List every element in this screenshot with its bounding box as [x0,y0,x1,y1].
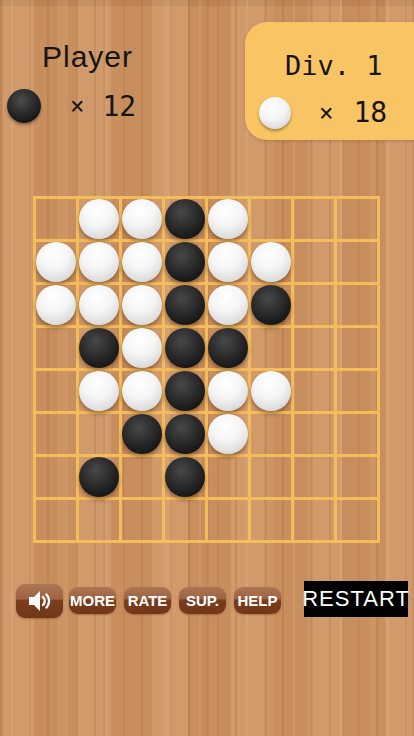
board-cell[interactable] [79,500,119,540]
board-cell[interactable] [208,500,248,540]
board-cell[interactable] [294,328,334,368]
board-cell[interactable] [208,199,248,239]
board-cell[interactable] [122,242,162,282]
board-cell[interactable] [79,328,119,368]
white-disc [79,371,119,411]
white-disc [122,371,162,411]
black-disc [79,328,119,368]
black-disc [251,285,291,325]
board-cell[interactable] [165,371,205,411]
board-cell[interactable] [122,500,162,540]
board-cell[interactable] [36,371,76,411]
board-cell[interactable] [251,414,291,454]
board [33,196,380,543]
board-cell[interactable] [251,242,291,282]
black-disc [165,285,205,325]
white-disc [122,328,162,368]
board-cell[interactable] [122,199,162,239]
white-disc [251,242,291,282]
board-cell[interactable] [165,414,205,454]
sound-toggle-button[interactable] [16,584,63,618]
white-disc-icon [259,97,291,129]
board-cell[interactable] [208,414,248,454]
black-disc [165,414,205,454]
restart-button[interactable]: RESTART [304,581,408,617]
board-cell[interactable] [337,371,377,411]
board-cell[interactable] [36,199,76,239]
player-disc-counter: × 12 [7,89,136,123]
board-cell[interactable] [208,285,248,325]
board-cell[interactable] [165,328,205,368]
board-cell[interactable] [36,457,76,497]
board-cell[interactable] [294,500,334,540]
board-cell[interactable] [36,285,76,325]
board-cell[interactable] [122,414,162,454]
board-cell[interactable] [294,199,334,239]
white-disc [79,199,119,239]
board-cell[interactable] [251,328,291,368]
board-cell[interactable] [208,457,248,497]
board-cell[interactable] [337,500,377,540]
white-disc [208,371,248,411]
board-cell[interactable] [79,457,119,497]
board-cell[interactable] [208,242,248,282]
board-cell[interactable] [208,371,248,411]
board-cell[interactable] [79,199,119,239]
board-cell[interactable] [337,457,377,497]
board-cell[interactable] [36,414,76,454]
cpu-disc-count: 18 [353,96,387,129]
white-disc [79,285,119,325]
cpu-disc-counter: × 18 [259,96,387,129]
board-cell[interactable] [337,285,377,325]
more-button[interactable]: MORE [69,587,116,614]
board-cell[interactable] [79,285,119,325]
board-cell[interactable] [251,500,291,540]
white-disc [122,285,162,325]
board-cell[interactable] [122,371,162,411]
board-cell[interactable] [36,328,76,368]
board-cell[interactable] [165,500,205,540]
black-disc [165,242,205,282]
white-disc [36,285,76,325]
board-cell[interactable] [294,414,334,454]
cpu-turn-panel: Div. 1 × 18 [245,22,414,140]
player-disc-count: 12 [102,90,136,123]
multiply-sign: × [70,92,84,120]
black-disc [165,328,205,368]
board-cell[interactable] [294,457,334,497]
white-disc [208,285,248,325]
board-cell[interactable] [337,199,377,239]
board-cell[interactable] [79,371,119,411]
white-disc [122,242,162,282]
board-cell[interactable] [251,199,291,239]
white-disc [122,199,162,239]
board-cell[interactable] [79,414,119,454]
board-cell[interactable] [165,285,205,325]
board-cell[interactable] [294,242,334,282]
board-cell[interactable] [294,285,334,325]
white-disc [79,242,119,282]
speaker-icon [27,589,53,613]
board-cell[interactable] [122,328,162,368]
board-cell[interactable] [36,242,76,282]
board-cell[interactable] [165,457,205,497]
white-disc [208,414,248,454]
board-cell[interactable] [36,500,76,540]
board-cell[interactable] [165,242,205,282]
black-disc [208,328,248,368]
board-cell[interactable] [251,371,291,411]
board-cell[interactable] [208,328,248,368]
black-disc [165,371,205,411]
board-cell[interactable] [337,328,377,368]
black-disc [165,199,205,239]
black-disc [122,414,162,454]
support-button[interactable]: SUP. [179,587,226,614]
board-cell[interactable] [79,242,119,282]
white-disc [208,199,248,239]
board-cell[interactable] [337,414,377,454]
board-cell[interactable] [251,457,291,497]
black-disc [165,457,205,497]
white-disc [36,242,76,282]
black-disc-icon [7,89,41,123]
cpu-level-label: Div. 1 [285,50,383,81]
black-disc [79,457,119,497]
board-cell[interactable] [122,285,162,325]
help-button[interactable]: HELP [234,587,281,614]
white-disc [208,242,248,282]
board-cell[interactable] [294,371,334,411]
board-cell[interactable] [337,242,377,282]
board-cell[interactable] [251,285,291,325]
player-label: Player [42,40,133,74]
rate-button[interactable]: RATE [124,587,171,614]
board-cell[interactable] [122,457,162,497]
board-cell[interactable] [165,199,205,239]
multiply-sign: × [319,99,333,127]
white-disc [251,371,291,411]
